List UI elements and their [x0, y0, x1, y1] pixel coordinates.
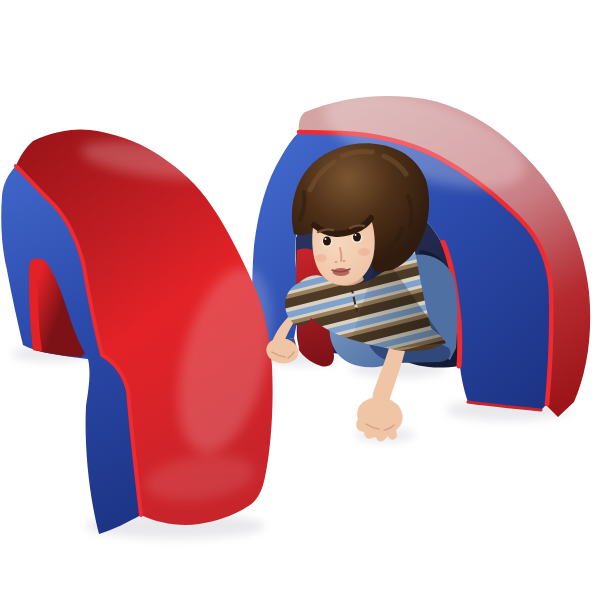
left-eye-glint [325, 238, 327, 240]
right-cheek-blush [358, 248, 370, 256]
shirt-button [354, 304, 358, 308]
soft-play-scene [0, 0, 600, 600]
right-eye-glint [355, 234, 357, 236]
nostril [335, 261, 338, 263]
shirt-button [351, 293, 355, 297]
nostril [343, 260, 346, 262]
left-cheek-blush [315, 254, 327, 262]
right-eye [353, 232, 361, 241]
left-eye [323, 236, 331, 245]
